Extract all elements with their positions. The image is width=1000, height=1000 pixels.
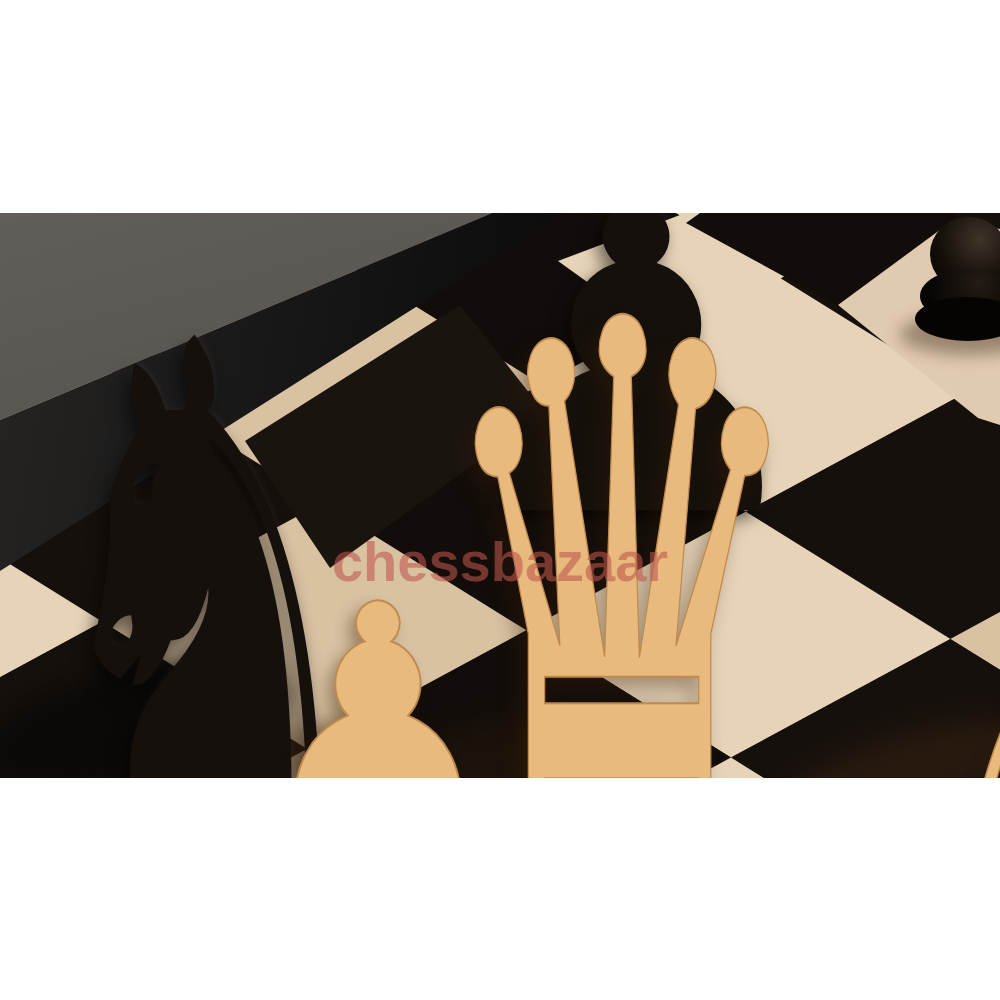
letterbox-top xyxy=(0,0,1000,213)
letterbox-bottom xyxy=(0,778,1000,1000)
white-pawn-piece: ♟ xyxy=(254,567,501,778)
product-photo-page: ♞♟♛♟♞ chessbazaar xyxy=(0,0,1000,1000)
photo-region: ♞♟♛♟♞ chessbazaar xyxy=(0,213,1000,778)
watermark-text: chessbazaar xyxy=(0,529,1000,594)
